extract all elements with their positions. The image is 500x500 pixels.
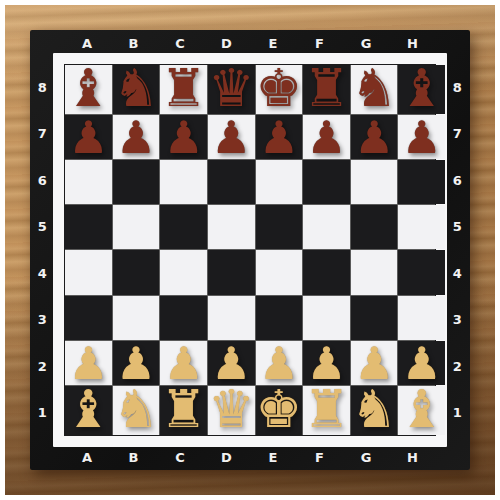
- rank-label-8: 8: [31, 64, 54, 111]
- square-h1[interactable]: ♝: [398, 386, 445, 435]
- square-e1[interactable]: ♚: [256, 386, 303, 435]
- file-labels-bottom: ABCDEFGH: [64, 445, 436, 469]
- square-a8[interactable]: ♝: [65, 65, 112, 114]
- piece-white-pawn: ♟: [116, 343, 156, 384]
- rank-label-6: 6: [31, 157, 54, 204]
- rank-label-6: 6: [446, 157, 469, 204]
- square-b6[interactable]: [113, 160, 160, 204]
- square-f5[interactable]: [303, 205, 350, 249]
- square-c3[interactable]: [160, 296, 207, 340]
- square-f7[interactable]: ♟: [303, 115, 350, 159]
- square-d8[interactable]: ♛: [208, 65, 255, 114]
- square-b8[interactable]: ♞: [113, 65, 160, 114]
- piece-black-rook: ♜: [303, 65, 350, 113]
- square-e2[interactable]: ♟: [256, 341, 303, 385]
- square-h8[interactable]: ♝: [398, 65, 445, 114]
- square-f2[interactable]: ♟: [303, 341, 350, 385]
- piece-black-bishop: ♝: [65, 65, 112, 113]
- file-label-g: G: [343, 445, 390, 469]
- square-h7[interactable]: ♟: [398, 115, 445, 159]
- square-d7[interactable]: ♟: [208, 115, 255, 159]
- square-g2[interactable]: ♟: [351, 341, 398, 385]
- piece-black-pawn: ♟: [211, 117, 251, 158]
- square-h6[interactable]: [398, 160, 445, 204]
- square-c5[interactable]: [160, 205, 207, 249]
- file-label-h: H: [390, 31, 437, 55]
- square-h3[interactable]: [398, 296, 445, 340]
- square-d4[interactable]: [208, 250, 255, 294]
- piece-white-knight: ♞: [351, 386, 398, 434]
- square-e6[interactable]: [256, 160, 303, 204]
- square-h4[interactable]: [398, 250, 445, 294]
- piece-white-pawn: ♟: [402, 343, 442, 384]
- square-a6[interactable]: [65, 160, 112, 204]
- square-c2[interactable]: ♟: [160, 341, 207, 385]
- piece-white-bishop: ♝: [65, 386, 112, 434]
- file-label-d: D: [204, 31, 251, 55]
- rank-label-2: 2: [446, 343, 469, 390]
- square-g5[interactable]: [351, 205, 398, 249]
- file-label-e: E: [250, 31, 297, 55]
- square-b5[interactable]: [113, 205, 160, 249]
- square-f1[interactable]: ♜: [303, 386, 350, 435]
- piece-black-pawn: ♟: [354, 117, 394, 158]
- square-a1[interactable]: ♝: [65, 386, 112, 435]
- file-label-a: A: [64, 31, 111, 55]
- product-photo: ABCDEFGH ABCDEFGH 87654321 87654321 ♝♞♜♛…: [0, 0, 500, 500]
- rank-label-5: 5: [446, 204, 469, 251]
- piece-black-rook: ♜: [160, 65, 207, 113]
- rank-labels-right: 87654321: [446, 64, 469, 436]
- piece-white-bishop: ♝: [398, 386, 445, 434]
- piece-black-knight: ♞: [113, 65, 160, 113]
- piece-white-knight: ♞: [113, 386, 160, 434]
- square-d3[interactable]: [208, 296, 255, 340]
- rank-label-2: 2: [31, 343, 54, 390]
- file-label-c: C: [157, 445, 204, 469]
- piece-black-pawn: ♟: [68, 117, 108, 158]
- square-g3[interactable]: [351, 296, 398, 340]
- file-label-h: H: [390, 445, 437, 469]
- chessboard: ABCDEFGH ABCDEFGH 87654321 87654321 ♝♞♜♛…: [30, 30, 470, 470]
- piece-white-pawn: ♟: [211, 343, 251, 384]
- rank-label-8: 8: [446, 64, 469, 111]
- square-e8[interactable]: ♚: [256, 65, 303, 114]
- piece-black-pawn: ♟: [402, 117, 442, 158]
- piece-white-pawn: ♟: [306, 343, 346, 384]
- square-c8[interactable]: ♜: [160, 65, 207, 114]
- rank-label-4: 4: [446, 250, 469, 297]
- piece-black-pawn: ♟: [163, 117, 203, 158]
- square-e5[interactable]: [256, 205, 303, 249]
- square-a3[interactable]: [65, 296, 112, 340]
- square-c1[interactable]: ♜: [160, 386, 207, 435]
- square-d5[interactable]: [208, 205, 255, 249]
- square-g4[interactable]: [351, 250, 398, 294]
- square-b3[interactable]: [113, 296, 160, 340]
- piece-black-pawn: ♟: [259, 117, 299, 158]
- piece-black-pawn: ♟: [306, 117, 346, 158]
- rank-label-3: 3: [446, 297, 469, 344]
- piece-white-pawn: ♟: [163, 343, 203, 384]
- square-h5[interactable]: [398, 205, 445, 249]
- file-label-c: C: [157, 31, 204, 55]
- rank-label-7: 7: [446, 111, 469, 158]
- rank-label-7: 7: [31, 111, 54, 158]
- file-label-b: B: [111, 31, 158, 55]
- square-a4[interactable]: [65, 250, 112, 294]
- square-g6[interactable]: [351, 160, 398, 204]
- square-b1[interactable]: ♞: [113, 386, 160, 435]
- board-inner-margin: ♝♞♜♛♚♜♞♝♟♟♟♟♟♟♟♟♟♟♟♟♟♟♟♟♝♞♜♛♚♜♞♝: [53, 53, 447, 447]
- rank-label-1: 1: [31, 390, 54, 437]
- square-e7[interactable]: ♟: [256, 115, 303, 159]
- square-b2[interactable]: ♟: [113, 341, 160, 385]
- piece-black-queen: ♛: [208, 65, 255, 113]
- file-labels-top: ABCDEFGH: [64, 31, 436, 55]
- piece-black-bishop: ♝: [398, 65, 445, 113]
- file-label-e: E: [250, 445, 297, 469]
- square-h2[interactable]: ♟: [398, 341, 445, 385]
- square-d1[interactable]: ♛: [208, 386, 255, 435]
- piece-black-pawn: ♟: [116, 117, 156, 158]
- square-d2[interactable]: ♟: [208, 341, 255, 385]
- square-f4[interactable]: [303, 250, 350, 294]
- piece-white-king: ♚: [256, 386, 303, 434]
- square-g1[interactable]: ♞: [351, 386, 398, 435]
- rank-label-4: 4: [31, 250, 54, 297]
- square-g7[interactable]: ♟: [351, 115, 398, 159]
- file-label-b: B: [111, 445, 158, 469]
- piece-white-pawn: ♟: [259, 343, 299, 384]
- square-a2[interactable]: ♟: [65, 341, 112, 385]
- rank-labels-left: 87654321: [31, 64, 54, 436]
- piece-white-pawn: ♟: [68, 343, 108, 384]
- piece-black-knight: ♞: [351, 65, 398, 113]
- rank-label-1: 1: [446, 390, 469, 437]
- square-c6[interactable]: [160, 160, 207, 204]
- rank-label-3: 3: [31, 297, 54, 344]
- square-f6[interactable]: [303, 160, 350, 204]
- square-c7[interactable]: ♟: [160, 115, 207, 159]
- piece-white-queen: ♛: [208, 386, 255, 434]
- square-e3[interactable]: [256, 296, 303, 340]
- rank-label-5: 5: [31, 204, 54, 251]
- file-label-a: A: [64, 445, 111, 469]
- square-g8[interactable]: ♞: [351, 65, 398, 114]
- square-a7[interactable]: ♟: [65, 115, 112, 159]
- board-grid: ♝♞♜♛♚♜♞♝♟♟♟♟♟♟♟♟♟♟♟♟♟♟♟♟♝♞♜♛♚♜♞♝: [64, 64, 436, 436]
- square-d6[interactable]: [208, 160, 255, 204]
- square-f3[interactable]: [303, 296, 350, 340]
- file-label-f: F: [297, 31, 344, 55]
- piece-white-pawn: ♟: [354, 343, 394, 384]
- square-f8[interactable]: ♜: [303, 65, 350, 114]
- file-label-d: D: [204, 445, 251, 469]
- square-b7[interactable]: ♟: [113, 115, 160, 159]
- piece-black-king: ♚: [256, 65, 303, 113]
- square-b4[interactable]: [113, 250, 160, 294]
- file-label-g: G: [343, 31, 390, 55]
- square-e4[interactable]: [256, 250, 303, 294]
- square-a5[interactable]: [65, 205, 112, 249]
- piece-white-rook: ♜: [303, 386, 350, 434]
- piece-white-rook: ♜: [160, 386, 207, 434]
- file-label-f: F: [297, 445, 344, 469]
- square-c4[interactable]: [160, 250, 207, 294]
